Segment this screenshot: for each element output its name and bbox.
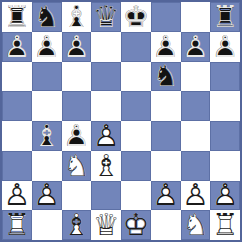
square-d6[interactable]	[91, 62, 121, 92]
square-g1[interactable]: ♞♘	[181, 210, 211, 240]
black-bishop-outline-glyph: ♗	[32, 121, 62, 151]
square-b7[interactable]: ♟♙	[32, 32, 62, 62]
square-h4[interactable]	[210, 121, 240, 151]
piece-white-pawn[interactable]: ♟♙	[210, 181, 240, 211]
black-rook-outline-glyph: ♖	[2, 2, 32, 32]
square-a7[interactable]: ♟♙	[2, 32, 32, 62]
square-a8[interactable]: ♜♖	[2, 2, 32, 32]
black-pawn-outline-glyph: ♙	[181, 32, 211, 62]
black-pawn-outline-glyph: ♙	[62, 121, 92, 151]
square-h8[interactable]: ♜♖	[210, 2, 240, 32]
square-c8[interactable]: ♝♗	[62, 2, 92, 32]
square-d5[interactable]	[91, 91, 121, 121]
square-g7[interactable]: ♟♙	[181, 32, 211, 62]
piece-black-pawn[interactable]: ♟♙	[210, 32, 240, 62]
square-c5[interactable]	[62, 91, 92, 121]
square-a1[interactable]: ♜♖	[2, 210, 32, 240]
square-h6[interactable]	[210, 62, 240, 92]
square-g3[interactable]	[181, 151, 211, 181]
black-pawn-outline-glyph: ♙	[2, 32, 32, 62]
black-knight-outline-glyph: ♘	[151, 62, 181, 92]
square-d1[interactable]: ♛♕	[91, 210, 121, 240]
square-a2[interactable]: ♟♙	[2, 181, 32, 211]
black-queen-outline-glyph: ♕	[91, 2, 121, 32]
piece-white-rook[interactable]: ♜♖	[210, 210, 240, 240]
square-e6[interactable]	[121, 62, 151, 92]
square-b3[interactable]	[32, 151, 62, 181]
piece-white-knight[interactable]: ♞♘	[62, 151, 92, 181]
piece-black-pawn[interactable]: ♟♙	[32, 32, 62, 62]
piece-white-queen[interactable]: ♛♕	[91, 210, 121, 240]
square-e8[interactable]: ♚♔	[121, 2, 151, 32]
square-c3[interactable]: ♞♘	[62, 151, 92, 181]
square-h5[interactable]	[210, 91, 240, 121]
chess-board: ♜♖♞♘♝♗♛♕♚♔♜♖♟♙♟♙♟♙♟♙♟♙♟♙♞♘♝♗♟♙♟♙♞♘♝♗♟♙♟♙…	[0, 0, 242, 242]
piece-white-pawn[interactable]: ♟♙	[2, 181, 32, 211]
square-e5[interactable]	[121, 91, 151, 121]
square-h3[interactable]	[210, 151, 240, 181]
square-f4[interactable]	[151, 121, 181, 151]
square-h7[interactable]: ♟♙	[210, 32, 240, 62]
square-c6[interactable]	[62, 62, 92, 92]
square-b6[interactable]	[32, 62, 62, 92]
square-e2[interactable]	[121, 181, 151, 211]
square-b5[interactable]	[32, 91, 62, 121]
square-f6[interactable]: ♞♘	[151, 62, 181, 92]
square-a4[interactable]	[2, 121, 32, 151]
square-e4[interactable]	[121, 121, 151, 151]
white-rook-outline-glyph: ♖	[210, 210, 240, 240]
square-a5[interactable]	[2, 91, 32, 121]
square-g2[interactable]: ♟♙	[181, 181, 211, 211]
square-f8[interactable]	[151, 2, 181, 32]
square-h1[interactable]: ♜♖	[210, 210, 240, 240]
square-c4[interactable]: ♟♙	[62, 121, 92, 151]
square-e1[interactable]: ♚♔	[121, 210, 151, 240]
square-g4[interactable]	[181, 121, 211, 151]
square-a6[interactable]	[2, 62, 32, 92]
square-d2[interactable]	[91, 181, 121, 211]
square-e7[interactable]	[121, 32, 151, 62]
white-rook-outline-glyph: ♖	[2, 210, 32, 240]
piece-black-knight[interactable]: ♞♘	[151, 62, 181, 92]
black-king-outline-glyph: ♔	[121, 2, 151, 32]
white-pawn-outline-glyph: ♙	[151, 181, 181, 211]
piece-white-king[interactable]: ♚♔	[121, 210, 151, 240]
piece-black-bishop[interactable]: ♝♗	[62, 2, 92, 32]
square-h2[interactable]: ♟♙	[210, 181, 240, 211]
white-bishop-outline-glyph: ♗	[62, 210, 92, 240]
black-rook-outline-glyph: ♖	[210, 2, 240, 32]
piece-white-pawn[interactable]: ♟♙	[32, 181, 62, 211]
square-f1[interactable]	[151, 210, 181, 240]
square-a3[interactable]	[2, 151, 32, 181]
black-pawn-outline-glyph: ♙	[62, 32, 92, 62]
piece-black-king[interactable]: ♚♔	[121, 2, 151, 32]
black-pawn-outline-glyph: ♙	[32, 32, 62, 62]
piece-white-bishop[interactable]: ♝♗	[62, 210, 92, 240]
piece-black-knight[interactable]: ♞♘	[32, 2, 62, 32]
black-knight-outline-glyph: ♘	[32, 2, 62, 32]
piece-black-queen[interactable]: ♛♕	[91, 2, 121, 32]
square-d7[interactable]	[91, 32, 121, 62]
piece-black-pawn[interactable]: ♟♙	[181, 32, 211, 62]
piece-white-knight[interactable]: ♞♘	[181, 210, 211, 240]
square-f3[interactable]	[151, 151, 181, 181]
white-pawn-outline-glyph: ♙	[181, 181, 211, 211]
piece-white-pawn[interactable]: ♟♙	[151, 181, 181, 211]
square-e3[interactable]	[121, 151, 151, 181]
black-bishop-outline-glyph: ♗	[62, 2, 92, 32]
black-pawn-outline-glyph: ♙	[151, 32, 181, 62]
square-d8[interactable]: ♛♕	[91, 2, 121, 32]
white-pawn-outline-glyph: ♙	[32, 181, 62, 211]
piece-black-bishop[interactable]: ♝♗	[32, 121, 62, 151]
square-b8[interactable]: ♞♘	[32, 2, 62, 32]
square-f2[interactable]: ♟♙	[151, 181, 181, 211]
square-d4[interactable]: ♟♙	[91, 121, 121, 151]
square-b2[interactable]: ♟♙	[32, 181, 62, 211]
black-pawn-outline-glyph: ♙	[210, 32, 240, 62]
square-b4[interactable]: ♝♗	[32, 121, 62, 151]
piece-white-pawn[interactable]: ♟♙	[91, 121, 121, 151]
white-pawn-outline-glyph: ♙	[91, 121, 121, 151]
white-king-outline-glyph: ♔	[121, 210, 151, 240]
square-b1[interactable]	[32, 210, 62, 240]
piece-white-pawn[interactable]: ♟♙	[181, 181, 211, 211]
square-c7[interactable]: ♟♙	[62, 32, 92, 62]
square-f5[interactable]	[151, 91, 181, 121]
white-knight-outline-glyph: ♘	[181, 210, 211, 240]
square-c2[interactable]	[62, 181, 92, 211]
piece-black-pawn[interactable]: ♟♙	[2, 32, 32, 62]
piece-black-pawn[interactable]: ♟♙	[62, 121, 92, 151]
square-g6[interactable]	[181, 62, 211, 92]
piece-black-rook[interactable]: ♜♖	[2, 2, 32, 32]
square-d3[interactable]: ♝♗	[91, 151, 121, 181]
piece-white-bishop[interactable]: ♝♗	[91, 151, 121, 181]
piece-white-rook[interactable]: ♜♖	[2, 210, 32, 240]
white-pawn-outline-glyph: ♙	[210, 181, 240, 211]
piece-black-rook[interactable]: ♜♖	[210, 2, 240, 32]
square-c1[interactable]: ♝♗	[62, 210, 92, 240]
square-g5[interactable]	[181, 91, 211, 121]
white-pawn-outline-glyph: ♙	[2, 181, 32, 211]
square-f7[interactable]: ♟♙	[151, 32, 181, 62]
piece-black-pawn[interactable]: ♟♙	[62, 32, 92, 62]
white-bishop-outline-glyph: ♗	[91, 151, 121, 181]
white-queen-outline-glyph: ♕	[91, 210, 121, 240]
square-g8[interactable]	[181, 2, 211, 32]
white-knight-outline-glyph: ♘	[62, 151, 92, 181]
piece-black-pawn[interactable]: ♟♙	[151, 32, 181, 62]
